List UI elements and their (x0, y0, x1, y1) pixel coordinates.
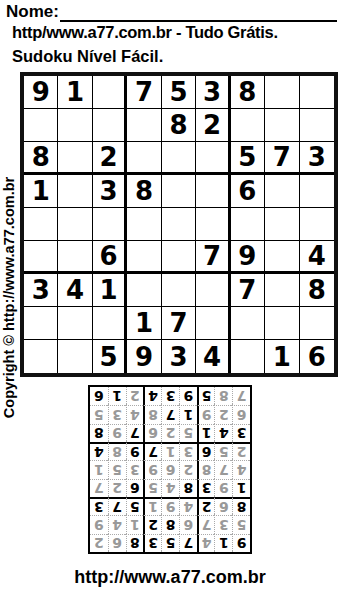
puzzle-cell-r3c9: 3 (300, 142, 334, 175)
solution-cell-r9c4: 9 (179, 387, 197, 405)
puzzle-cell-r2c8 (265, 109, 299, 142)
puzzle-cell-r5c4 (127, 208, 161, 241)
puzzle-cell-r1c1: 9 (24, 76, 58, 109)
puzzle-cell-r4c4: 8 (127, 175, 161, 208)
solution-cell-r6c7: 9 (126, 442, 144, 460)
solution-cell-r1c7: 8 (126, 534, 144, 552)
solution-cell-r7c1: 3 (232, 424, 250, 442)
puzzle-cell-r9c7 (231, 340, 265, 373)
solution-cell-r9c2: 8 (214, 387, 232, 405)
solution-cell-r1c8: 6 (108, 534, 126, 552)
puzzle-title: Sudoku Nível Fácil. (12, 47, 163, 66)
solution-cell-r5c3: 8 (197, 460, 215, 478)
solution-cell-r3c4: 4 (179, 497, 197, 515)
puzzle-cell-r9c5: 3 (162, 340, 196, 373)
solution-cell-r6c8: 8 (108, 442, 126, 460)
solution-cell-r4c4: 8 (179, 479, 197, 497)
solution-cell-r7c4: 5 (179, 424, 197, 442)
solution-cell-r7c7: 7 (126, 424, 144, 442)
solution-cell-r5c1: 4 (232, 460, 250, 478)
solution-cell-r3c7: 5 (126, 497, 144, 515)
solution-cell-r9c8: 1 (108, 387, 126, 405)
puzzle-cell-r8c9 (300, 307, 334, 340)
puzzle-cell-r1c3 (93, 76, 127, 109)
puzzle-cell-r3c8: 7 (265, 142, 299, 175)
puzzle-cell-r1c4: 7 (127, 76, 161, 109)
puzzle-cell-r3c1: 8 (24, 142, 58, 175)
solution-cell-r8c6: 8 (143, 405, 161, 423)
puzzle-cell-r7c6 (196, 274, 230, 307)
puzzle-cell-r7c8 (265, 274, 299, 307)
solution-cell-r4c3: 3 (197, 479, 215, 497)
site-tagline: http/www.a77.com.br - Tudo Grátis. (12, 23, 278, 42)
puzzle-cell-r3c2 (58, 142, 92, 175)
solution-cell-r2c4: 6 (179, 515, 197, 533)
puzzle-cell-r6c2 (58, 241, 92, 274)
solution-cell-r9c5: 3 (161, 387, 179, 405)
solution-cell-r1c5: 5 (161, 534, 179, 552)
puzzle-cell-r5c7 (231, 208, 265, 241)
solution-cell-r3c5: 9 (161, 497, 179, 515)
puzzle-cell-r4c2 (58, 175, 92, 208)
puzzle-cell-r2c9 (300, 109, 334, 142)
puzzle-cell-r6c5 (162, 241, 196, 274)
solution-cell-r5c2: 7 (214, 460, 232, 478)
solution-cell-r5c8: 5 (108, 460, 126, 478)
solution-cell-r3c9: 3 (90, 497, 108, 515)
puzzle-cell-r1c2: 1 (58, 76, 92, 109)
puzzle-cell-r5c3 (93, 208, 127, 241)
puzzle-cell-r4c5 (162, 175, 196, 208)
solution-cell-r5c6: 9 (143, 460, 161, 478)
solution-cell-r7c8: 9 (108, 424, 126, 442)
puzzle-cell-r4c6 (196, 175, 230, 208)
solution-cell-r2c2: 3 (214, 515, 232, 533)
solution-cell-r8c2: 2 (214, 405, 232, 423)
solution-cell-r6c1: 2 (232, 442, 250, 460)
puzzle-cell-r2c3 (93, 109, 127, 142)
puzzle-cell-r3c6 (196, 142, 230, 175)
solution-cell-r7c5: 2 (161, 424, 179, 442)
solution-cell-r5c7: 3 (126, 460, 144, 478)
name-label: Nome: (6, 2, 59, 22)
puzzle-cell-r6c8 (265, 241, 299, 274)
puzzle-cell-r3c7: 5 (231, 142, 265, 175)
puzzle-cell-r4c9 (300, 175, 334, 208)
puzzle-cell-r7c5 (162, 274, 196, 307)
puzzle-cell-r5c5 (162, 208, 196, 241)
solution-cell-r3c6: 1 (143, 497, 161, 515)
puzzle-cell-r8c1 (24, 307, 58, 340)
solution-cell-r1c2: 1 (214, 534, 232, 552)
puzzle-cell-r4c3: 3 (93, 175, 127, 208)
solution-cell-r8c7: 4 (126, 405, 144, 423)
puzzle-cell-r1c8 (265, 76, 299, 109)
puzzle-cell-r8c8 (265, 307, 299, 340)
solution-cell-r1c9: 2 (90, 534, 108, 552)
solution-cell-r2c8: 4 (108, 515, 126, 533)
solution-cell-r6c9: 4 (90, 442, 108, 460)
solution-cell-r8c9: 5 (90, 405, 108, 423)
puzzle-cell-r6c7: 9 (231, 241, 265, 274)
puzzle-cell-r1c7: 8 (231, 76, 265, 109)
solution-cell-r3c2: 6 (214, 497, 232, 515)
solution-cell-r3c8: 7 (108, 497, 126, 515)
puzzle-cell-r1c6: 3 (196, 76, 230, 109)
solution-cell-r3c1: 8 (232, 497, 250, 515)
puzzle-cell-r7c4 (127, 274, 161, 307)
solution-cell-r7c9: 8 (90, 424, 108, 442)
solution-cell-r8c1: 6 (232, 405, 250, 423)
solution-cell-r9c6: 4 (143, 387, 161, 405)
puzzle-cell-r8c3 (93, 307, 127, 340)
sudoku-puzzle-grid: 9175388282573138667943417817593416 (20, 72, 338, 377)
solution-cell-r1c1: 9 (232, 534, 250, 552)
puzzle-cell-r4c8 (265, 175, 299, 208)
puzzle-cell-r5c8 (265, 208, 299, 241)
puzzle-cell-r6c1 (24, 241, 58, 274)
solution-cell-r6c5: 1 (161, 442, 179, 460)
solution-cell-r2c9: 9 (90, 515, 108, 533)
puzzle-cell-r9c6: 4 (196, 340, 230, 373)
puzzle-cell-r3c3: 2 (93, 142, 127, 175)
solution-cell-r2c3: 7 (197, 515, 215, 533)
puzzle-cell-r5c6 (196, 208, 230, 241)
puzzle-cell-r7c9: 8 (300, 274, 334, 307)
puzzle-cell-r9c9: 6 (300, 340, 334, 373)
puzzle-cell-r5c2 (58, 208, 92, 241)
puzzle-cell-r8c7 (231, 307, 265, 340)
solution-cell-r5c5: 6 (161, 460, 179, 478)
puzzle-cell-r8c2 (58, 307, 92, 340)
solution-cell-r1c4: 7 (179, 534, 197, 552)
puzzle-cell-r6c6: 7 (196, 241, 230, 274)
solution-cell-r4c9: 7 (90, 479, 108, 497)
solution-cell-r9c9: 6 (90, 387, 108, 405)
puzzle-cell-r3c4 (127, 142, 161, 175)
solution-cell-r8c4: 1 (179, 405, 197, 423)
copyright-vertical-text: Copyright © http://www.a77.com.br (1, 150, 18, 446)
puzzle-cell-r4c7: 6 (231, 175, 265, 208)
puzzle-cell-r1c9 (300, 76, 334, 109)
solution-cell-r8c5: 7 (161, 405, 179, 423)
solution-cell-r4c2: 9 (214, 479, 232, 497)
solution-cell-r6c2: 5 (214, 442, 232, 460)
puzzle-cell-r9c8: 1 (265, 340, 299, 373)
solution-cell-r9c1: 7 (232, 387, 250, 405)
sudoku-solution-grid-rotated: 9147538625376821498624915731938456274782… (88, 385, 252, 554)
solution-cell-r9c7: 2 (126, 387, 144, 405)
sudoku-worksheet-page: Nome: http/www.a77.com.br - Tudo Grátis.… (0, 0, 340, 596)
puzzle-cell-r7c2: 4 (58, 274, 92, 307)
puzzle-cell-r9c4: 9 (127, 340, 161, 373)
solution-cell-r4c5: 4 (161, 479, 179, 497)
puzzle-cell-r8c6 (196, 307, 230, 340)
solution-cell-r6c3: 6 (197, 442, 215, 460)
solution-cell-r1c3: 4 (197, 534, 215, 552)
solution-cell-r3c3: 2 (197, 497, 215, 515)
solution-cell-r5c4: 2 (179, 460, 197, 478)
solution-cell-r9c3: 5 (197, 387, 215, 405)
solution-cell-r7c3: 1 (197, 424, 215, 442)
solution-cell-r6c6: 7 (143, 442, 161, 460)
puzzle-cell-r2c2 (58, 109, 92, 142)
solution-cell-r8c8: 3 (108, 405, 126, 423)
solution-cell-r4c8: 2 (108, 479, 126, 497)
solution-cell-r2c7: 1 (126, 515, 144, 533)
solution-cell-r4c7: 6 (126, 479, 144, 497)
puzzle-cell-r5c1 (24, 208, 58, 241)
solution-cell-r6c4: 3 (179, 442, 197, 460)
solution-cell-r7c2: 4 (214, 424, 232, 442)
footer-url: http://www.a77.com.br (0, 567, 340, 588)
puzzle-cell-r5c9 (300, 208, 334, 241)
puzzle-cell-r3c5 (162, 142, 196, 175)
solution-cell-r1c6: 3 (143, 534, 161, 552)
puzzle-cell-r6c4 (127, 241, 161, 274)
solution-cell-r4c6: 5 (143, 479, 161, 497)
solution-cell-r5c9: 1 (90, 460, 108, 478)
solution-cell-r8c3: 9 (197, 405, 215, 423)
puzzle-cell-r2c6: 2 (196, 109, 230, 142)
solution-cell-r2c6: 2 (143, 515, 161, 533)
puzzle-cell-r9c2 (58, 340, 92, 373)
puzzle-cell-r9c1 (24, 340, 58, 373)
solution-cell-r7c6: 6 (143, 424, 161, 442)
puzzle-cell-r7c3: 1 (93, 274, 127, 307)
puzzle-cell-r7c1: 3 (24, 274, 58, 307)
puzzle-cell-r2c4 (127, 109, 161, 142)
puzzle-cell-r6c3: 6 (93, 241, 127, 274)
solution-cell-r2c5: 8 (161, 515, 179, 533)
puzzle-cell-r8c5: 7 (162, 307, 196, 340)
solution-cell-r2c1: 5 (232, 515, 250, 533)
puzzle-cell-r4c1: 1 (24, 175, 58, 208)
puzzle-cell-r2c5: 8 (162, 109, 196, 142)
name-fill-line (60, 20, 337, 22)
puzzle-cell-r2c7 (231, 109, 265, 142)
puzzle-cell-r7c7: 7 (231, 274, 265, 307)
puzzle-cell-r6c9: 4 (300, 241, 334, 274)
puzzle-cell-r8c4: 1 (127, 307, 161, 340)
puzzle-cell-r2c1 (24, 109, 58, 142)
solution-cell-r4c1: 1 (232, 479, 250, 497)
puzzle-cell-r9c3: 5 (93, 340, 127, 373)
puzzle-cell-r1c5: 5 (162, 76, 196, 109)
